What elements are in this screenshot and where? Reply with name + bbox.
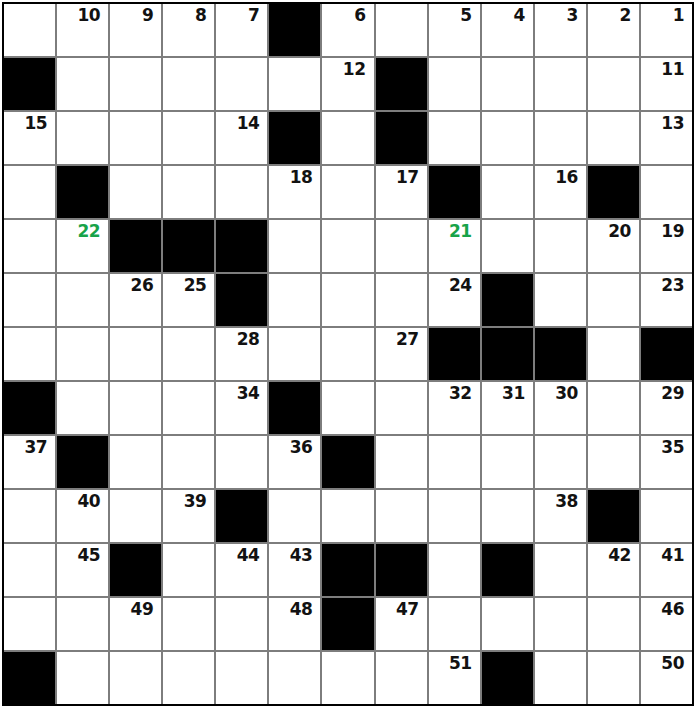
cell-r8c8[interactable] xyxy=(376,382,427,434)
cell-r1c9[interactable]: 5 xyxy=(429,4,480,56)
clue-number-21: 21 xyxy=(449,221,472,241)
clue-number-36: 36 xyxy=(290,437,313,457)
clue-number-11: 11 xyxy=(661,59,684,79)
clue-number-10: 10 xyxy=(77,5,100,25)
cell-r3c10[interactable] xyxy=(482,112,533,164)
clue-number-39: 39 xyxy=(184,491,207,511)
cell-r8c9[interactable]: 32 xyxy=(429,382,480,434)
cell-r8c4[interactable] xyxy=(163,382,214,434)
clue-number-34: 34 xyxy=(237,383,260,403)
cell-r3c7[interactable] xyxy=(322,112,373,164)
cell-r12c10[interactable] xyxy=(482,598,533,650)
cell-r3c2[interactable] xyxy=(57,112,108,164)
clue-number-9: 9 xyxy=(142,5,153,25)
cell-r9c3[interactable] xyxy=(110,436,161,488)
cell-r2c10[interactable] xyxy=(482,58,533,110)
cell-r7c3[interactable] xyxy=(110,328,161,380)
clue-number-2: 2 xyxy=(620,5,631,25)
cell-r12c5[interactable] xyxy=(216,598,267,650)
black-cell-r7c10 xyxy=(482,328,533,380)
cell-r5c6[interactable] xyxy=(269,220,320,272)
clue-number-16: 16 xyxy=(555,167,578,187)
black-cell-r8c6 xyxy=(269,382,320,434)
cell-r1c10[interactable]: 4 xyxy=(482,4,533,56)
clue-number-30: 30 xyxy=(555,383,578,403)
cell-r10c10[interactable] xyxy=(482,490,533,542)
cell-r6c9[interactable]: 24 xyxy=(429,274,480,326)
clue-number-5: 5 xyxy=(460,5,471,25)
cell-r4c1[interactable] xyxy=(4,166,55,218)
clue-number-7: 7 xyxy=(248,5,259,25)
black-cell-r8c1 xyxy=(4,382,55,434)
cell-r10c8[interactable] xyxy=(376,490,427,542)
cell-r2c9[interactable] xyxy=(429,58,480,110)
cell-r1c11[interactable]: 3 xyxy=(535,4,586,56)
cell-r7c1[interactable] xyxy=(4,328,55,380)
clue-number-23: 23 xyxy=(661,275,684,295)
black-cell-r7c11 xyxy=(535,328,586,380)
cell-r3c5[interactable]: 14 xyxy=(216,112,267,164)
black-cell-r12c7 xyxy=(322,598,373,650)
clue-number-1: 1 xyxy=(673,5,684,25)
cell-r13c6[interactable] xyxy=(269,652,320,704)
black-cell-r11c8 xyxy=(376,544,427,596)
cell-r10c2[interactable]: 40 xyxy=(57,490,108,542)
cell-r4c13[interactable] xyxy=(641,166,692,218)
black-cell-r10c5 xyxy=(216,490,267,542)
cell-r13c7[interactable] xyxy=(322,652,373,704)
clue-number-48: 48 xyxy=(290,599,313,619)
cell-r13c12[interactable] xyxy=(588,652,639,704)
cell-r2c5[interactable] xyxy=(216,58,267,110)
cell-r6c13[interactable]: 23 xyxy=(641,274,692,326)
black-cell-r9c2 xyxy=(57,436,108,488)
cell-r3c3[interactable] xyxy=(110,112,161,164)
cell-r13c13[interactable]: 50 xyxy=(641,652,692,704)
cell-r3c13[interactable]: 13 xyxy=(641,112,692,164)
black-cell-r4c2 xyxy=(57,166,108,218)
cell-r2c3[interactable] xyxy=(110,58,161,110)
clue-number-47: 47 xyxy=(396,599,419,619)
clue-number-14: 14 xyxy=(237,113,260,133)
cell-r5c8[interactable] xyxy=(376,220,427,272)
cell-r6c4[interactable]: 25 xyxy=(163,274,214,326)
black-cell-r13c10 xyxy=(482,652,533,704)
black-cell-r7c13 xyxy=(641,328,692,380)
clue-number-6: 6 xyxy=(354,5,365,25)
cell-r11c9[interactable] xyxy=(429,544,480,596)
cell-r3c1[interactable]: 15 xyxy=(4,112,55,164)
cell-r7c2[interactable] xyxy=(57,328,108,380)
cell-r10c7[interactable] xyxy=(322,490,373,542)
cell-r7c7[interactable] xyxy=(322,328,373,380)
cell-r9c8[interactable] xyxy=(376,436,427,488)
clue-number-26: 26 xyxy=(131,275,154,295)
clue-number-18: 18 xyxy=(290,167,313,187)
cell-r5c2[interactable]: 22 xyxy=(57,220,108,272)
cell-r6c8[interactable] xyxy=(376,274,427,326)
clue-number-44: 44 xyxy=(237,545,260,565)
black-cell-r6c10 xyxy=(482,274,533,326)
cell-r9c13[interactable]: 35 xyxy=(641,436,692,488)
black-cell-r7c9 xyxy=(429,328,480,380)
cell-r2c12[interactable] xyxy=(588,58,639,110)
black-cell-r6c5 xyxy=(216,274,267,326)
cell-r6c1[interactable] xyxy=(4,274,55,326)
cell-r2c2[interactable] xyxy=(57,58,108,110)
clue-number-40: 40 xyxy=(77,491,100,511)
cell-r1c5[interactable]: 7 xyxy=(216,4,267,56)
cell-r6c6[interactable] xyxy=(269,274,320,326)
crossword-grid: 1098765432112111514131817162221201926252… xyxy=(2,2,694,706)
cell-r6c12[interactable] xyxy=(588,274,639,326)
cell-r13c9[interactable]: 51 xyxy=(429,652,480,704)
cell-r4c5[interactable] xyxy=(216,166,267,218)
cell-r1c12[interactable]: 2 xyxy=(588,4,639,56)
cell-r4c11[interactable]: 16 xyxy=(535,166,586,218)
black-cell-r1c6 xyxy=(269,4,320,56)
cell-r10c1[interactable] xyxy=(4,490,55,542)
cell-r11c4[interactable] xyxy=(163,544,214,596)
clue-number-4: 4 xyxy=(513,5,524,25)
cell-r6c11[interactable] xyxy=(535,274,586,326)
cell-r2c4[interactable] xyxy=(163,58,214,110)
cell-r2c13[interactable]: 11 xyxy=(641,58,692,110)
cell-r11c1[interactable] xyxy=(4,544,55,596)
cell-r8c10[interactable]: 31 xyxy=(482,382,533,434)
black-cell-r2c1 xyxy=(4,58,55,110)
cell-r10c11[interactable]: 38 xyxy=(535,490,586,542)
cell-r1c13[interactable]: 1 xyxy=(641,4,692,56)
clue-number-22: 22 xyxy=(77,221,100,241)
cell-r9c6[interactable]: 36 xyxy=(269,436,320,488)
cell-r12c11[interactable] xyxy=(535,598,586,650)
black-cell-r3c8 xyxy=(376,112,427,164)
cell-r12c13[interactable]: 46 xyxy=(641,598,692,650)
clue-number-51: 51 xyxy=(449,653,472,673)
clue-number-24: 24 xyxy=(449,275,472,295)
cell-r8c11[interactable]: 30 xyxy=(535,382,586,434)
cell-r3c9[interactable] xyxy=(429,112,480,164)
clue-number-32: 32 xyxy=(449,383,472,403)
cell-r11c12[interactable]: 42 xyxy=(588,544,639,596)
cell-r3c12[interactable] xyxy=(588,112,639,164)
cell-r10c3[interactable] xyxy=(110,490,161,542)
cell-r6c2[interactable] xyxy=(57,274,108,326)
cell-r8c12[interactable] xyxy=(588,382,639,434)
clue-number-3: 3 xyxy=(567,5,578,25)
cell-r1c1[interactable] xyxy=(4,4,55,56)
cell-r10c4[interactable]: 39 xyxy=(163,490,214,542)
cell-r3c4[interactable] xyxy=(163,112,214,164)
cell-r2c11[interactable] xyxy=(535,58,586,110)
cell-r9c9[interactable] xyxy=(429,436,480,488)
black-cell-r9c7 xyxy=(322,436,373,488)
cell-r6c3[interactable]: 26 xyxy=(110,274,161,326)
cell-r4c4[interactable] xyxy=(163,166,214,218)
clue-number-35: 35 xyxy=(661,437,684,457)
cell-r8c2[interactable] xyxy=(57,382,108,434)
clue-number-27: 27 xyxy=(396,329,419,349)
cell-r11c11[interactable] xyxy=(535,544,586,596)
cell-r8c13[interactable]: 29 xyxy=(641,382,692,434)
cell-r5c13[interactable]: 19 xyxy=(641,220,692,272)
cell-r5c10[interactable] xyxy=(482,220,533,272)
cell-r2c6[interactable] xyxy=(269,58,320,110)
cell-r9c1[interactable]: 37 xyxy=(4,436,55,488)
clue-number-28: 28 xyxy=(237,329,260,349)
cell-r9c12[interactable] xyxy=(588,436,639,488)
cell-r2c7[interactable]: 12 xyxy=(322,58,373,110)
cell-r4c10[interactable] xyxy=(482,166,533,218)
cell-r3c11[interactable] xyxy=(535,112,586,164)
clue-number-29: 29 xyxy=(661,383,684,403)
clue-number-12: 12 xyxy=(343,59,366,79)
cell-r5c9[interactable]: 21 xyxy=(429,220,480,272)
clue-number-31: 31 xyxy=(502,383,525,403)
clue-number-49: 49 xyxy=(131,599,154,619)
black-cell-r5c4 xyxy=(163,220,214,272)
clue-number-19: 19 xyxy=(661,221,684,241)
cell-r7c12[interactable] xyxy=(588,328,639,380)
cell-r7c5[interactable]: 28 xyxy=(216,328,267,380)
clue-number-17: 17 xyxy=(396,167,419,187)
cell-r12c9[interactable] xyxy=(429,598,480,650)
crossword-board: 1098765432112111514131817162221201926252… xyxy=(0,0,700,717)
black-cell-r11c3 xyxy=(110,544,161,596)
cell-r9c11[interactable] xyxy=(535,436,586,488)
black-cell-r5c5 xyxy=(216,220,267,272)
cell-r10c6[interactable] xyxy=(269,490,320,542)
cell-r11c5[interactable]: 44 xyxy=(216,544,267,596)
cell-r1c2[interactable]: 10 xyxy=(57,4,108,56)
black-cell-r2c8 xyxy=(376,58,427,110)
cell-r13c4[interactable] xyxy=(163,652,214,704)
cell-r5c12[interactable]: 20 xyxy=(588,220,639,272)
cell-r11c2[interactable]: 45 xyxy=(57,544,108,596)
cell-r5c1[interactable] xyxy=(4,220,55,272)
black-cell-r5c3 xyxy=(110,220,161,272)
cell-r12c6[interactable]: 48 xyxy=(269,598,320,650)
clue-number-37: 37 xyxy=(24,437,47,457)
clue-number-45: 45 xyxy=(77,545,100,565)
cell-r4c7[interactable] xyxy=(322,166,373,218)
clue-number-25: 25 xyxy=(184,275,207,295)
cell-r12c1[interactable] xyxy=(4,598,55,650)
cell-r8c7[interactable] xyxy=(322,382,373,434)
cell-r7c4[interactable] xyxy=(163,328,214,380)
cell-r12c8[interactable]: 47 xyxy=(376,598,427,650)
cell-r8c3[interactable] xyxy=(110,382,161,434)
cell-r4c8[interactable]: 17 xyxy=(376,166,427,218)
cell-r5c11[interactable] xyxy=(535,220,586,272)
cell-r11c13[interactable]: 41 xyxy=(641,544,692,596)
cell-r7c8[interactable]: 27 xyxy=(376,328,427,380)
clue-number-43: 43 xyxy=(290,545,313,565)
clue-number-38: 38 xyxy=(555,491,578,511)
cell-r1c7[interactable]: 6 xyxy=(322,4,373,56)
cell-r10c13[interactable] xyxy=(641,490,692,542)
black-cell-r11c7 xyxy=(322,544,373,596)
cell-r9c10[interactable] xyxy=(482,436,533,488)
cell-r13c8[interactable] xyxy=(376,652,427,704)
clue-number-42: 42 xyxy=(608,545,631,565)
black-cell-r3c6 xyxy=(269,112,320,164)
cell-r9c5[interactable] xyxy=(216,436,267,488)
cell-r1c8[interactable] xyxy=(376,4,427,56)
cell-r1c3[interactable]: 9 xyxy=(110,4,161,56)
cell-r12c4[interactable] xyxy=(163,598,214,650)
black-cell-r10c12 xyxy=(588,490,639,542)
clue-number-50: 50 xyxy=(661,653,684,673)
clue-number-46: 46 xyxy=(661,599,684,619)
cell-r12c12[interactable] xyxy=(588,598,639,650)
cell-r7c6[interactable] xyxy=(269,328,320,380)
clue-number-20: 20 xyxy=(608,221,631,241)
clue-number-8: 8 xyxy=(195,5,206,25)
cell-r12c3[interactable]: 49 xyxy=(110,598,161,650)
black-cell-r4c12 xyxy=(588,166,639,218)
clue-number-13: 13 xyxy=(661,113,684,133)
cell-r13c5[interactable] xyxy=(216,652,267,704)
cell-r4c3[interactable] xyxy=(110,166,161,218)
cell-r13c11[interactable] xyxy=(535,652,586,704)
cell-r8c5[interactable]: 34 xyxy=(216,382,267,434)
black-cell-r11c10 xyxy=(482,544,533,596)
cell-r12c2[interactable] xyxy=(57,598,108,650)
black-cell-r4c9 xyxy=(429,166,480,218)
cell-r13c2[interactable] xyxy=(57,652,108,704)
black-cell-r13c1 xyxy=(4,652,55,704)
cell-r13c3[interactable] xyxy=(110,652,161,704)
cell-r6c7[interactable] xyxy=(322,274,373,326)
clue-number-15: 15 xyxy=(24,113,47,133)
cell-r10c9[interactable] xyxy=(429,490,480,542)
cell-r9c4[interactable] xyxy=(163,436,214,488)
cell-r11c6[interactable]: 43 xyxy=(269,544,320,596)
cell-r5c7[interactable] xyxy=(322,220,373,272)
cell-r1c4[interactable]: 8 xyxy=(163,4,214,56)
clue-number-41: 41 xyxy=(661,545,684,565)
cell-r4c6[interactable]: 18 xyxy=(269,166,320,218)
